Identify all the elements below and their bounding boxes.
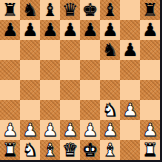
square-d2[interactable]: ♟ <box>60 120 80 140</box>
square-b1[interactable]: ♞ <box>20 140 40 160</box>
square-f6[interactable]: ♞ <box>100 40 120 60</box>
piece-white-rook[interactable]: ♜ <box>142 140 158 160</box>
square-d4[interactable] <box>60 80 80 100</box>
square-b3[interactable] <box>20 100 40 120</box>
square-d6[interactable] <box>60 40 80 60</box>
square-b8[interactable]: ♞ <box>20 0 40 20</box>
square-g1[interactable] <box>120 140 140 160</box>
piece-white-pawn[interactable]: ♟ <box>22 120 38 140</box>
piece-white-knight[interactable]: ♞ <box>22 140 38 160</box>
piece-white-pawn[interactable]: ♟ <box>2 120 18 140</box>
square-h8[interactable]: ♜ <box>140 0 160 20</box>
square-b4[interactable] <box>20 80 40 100</box>
piece-black-king[interactable]: ♚ <box>82 0 98 20</box>
square-c2[interactable]: ♟ <box>40 120 60 140</box>
square-a8[interactable]: ♜ <box>0 0 20 20</box>
square-b7[interactable]: ♟ <box>20 20 40 40</box>
piece-black-knight[interactable]: ♞ <box>22 0 38 20</box>
piece-black-pawn[interactable]: ♟ <box>142 20 158 40</box>
square-h2[interactable]: ♟ <box>140 120 160 140</box>
square-c1[interactable]: ♝ <box>40 140 60 160</box>
square-b2[interactable]: ♟ <box>20 120 40 140</box>
piece-black-knight[interactable]: ♞ <box>102 40 118 60</box>
piece-white-pawn[interactable]: ♟ <box>62 120 78 140</box>
square-c3[interactable] <box>40 100 60 120</box>
square-a7[interactable]: ♟ <box>0 20 20 40</box>
piece-white-pawn[interactable]: ♟ <box>122 100 138 120</box>
square-g8[interactable] <box>120 0 140 20</box>
square-h7[interactable]: ♟ <box>140 20 160 40</box>
square-g5[interactable] <box>120 60 140 80</box>
piece-black-pawn[interactable]: ♟ <box>62 20 78 40</box>
square-g4[interactable] <box>120 80 140 100</box>
square-e4[interactable] <box>80 80 100 100</box>
square-c4[interactable] <box>40 80 60 100</box>
square-e2[interactable]: ♟ <box>80 120 100 140</box>
square-f2[interactable]: ♟ <box>100 120 120 140</box>
square-b5[interactable] <box>20 60 40 80</box>
square-d7[interactable]: ♟ <box>60 20 80 40</box>
square-h3[interactable] <box>140 100 160 120</box>
square-e6[interactable] <box>80 40 100 60</box>
square-e1[interactable]: ♚ <box>80 140 100 160</box>
square-a4[interactable] <box>0 80 20 100</box>
square-a5[interactable] <box>0 60 20 80</box>
square-e8[interactable]: ♚ <box>80 0 100 20</box>
piece-black-pawn[interactable]: ♟ <box>42 20 58 40</box>
square-c8[interactable]: ♝ <box>40 0 60 20</box>
square-g2[interactable] <box>120 120 140 140</box>
piece-black-pawn[interactable]: ♟ <box>82 20 98 40</box>
piece-black-pawn[interactable]: ♟ <box>2 20 18 40</box>
square-e7[interactable]: ♟ <box>80 20 100 40</box>
square-h4[interactable] <box>140 80 160 100</box>
piece-white-pawn[interactable]: ♟ <box>142 120 158 140</box>
piece-black-bishop[interactable]: ♝ <box>42 0 58 20</box>
piece-white-bishop[interactable]: ♝ <box>102 140 118 160</box>
square-d5[interactable] <box>60 60 80 80</box>
piece-black-rook[interactable]: ♜ <box>142 0 158 20</box>
square-a6[interactable] <box>0 40 20 60</box>
chess-board-frame: ♜♞♝♛♚♝♜♟♟♟♟♟♟♟♞♟♞♟♟♟♟♟♟♟♟♜♞♝♛♚♝♜ <box>0 0 162 162</box>
square-g6[interactable]: ♟ <box>120 40 140 60</box>
piece-white-rook[interactable]: ♜ <box>2 140 18 160</box>
piece-white-queen[interactable]: ♛ <box>62 140 78 160</box>
square-d3[interactable] <box>60 100 80 120</box>
square-a2[interactable]: ♟ <box>0 120 20 140</box>
square-b6[interactable] <box>20 40 40 60</box>
square-f7[interactable]: ♟ <box>100 20 120 40</box>
square-c6[interactable] <box>40 40 60 60</box>
piece-black-pawn[interactable]: ♟ <box>102 20 118 40</box>
square-f3[interactable]: ♞ <box>100 100 120 120</box>
square-h6[interactable] <box>140 40 160 60</box>
square-e3[interactable] <box>80 100 100 120</box>
square-f4[interactable] <box>100 80 120 100</box>
piece-white-bishop[interactable]: ♝ <box>42 140 58 160</box>
square-g3[interactable]: ♟ <box>120 100 140 120</box>
square-f8[interactable]: ♝ <box>100 0 120 20</box>
piece-black-bishop[interactable]: ♝ <box>102 0 118 20</box>
square-c7[interactable]: ♟ <box>40 20 60 40</box>
square-f5[interactable] <box>100 60 120 80</box>
square-f1[interactable]: ♝ <box>100 140 120 160</box>
square-h1[interactable]: ♜ <box>140 140 160 160</box>
square-h5[interactable] <box>140 60 160 80</box>
square-g7[interactable] <box>120 20 140 40</box>
square-a1[interactable]: ♜ <box>0 140 20 160</box>
piece-white-knight[interactable]: ♞ <box>102 100 118 120</box>
square-c5[interactable] <box>40 60 60 80</box>
piece-white-pawn[interactable]: ♟ <box>82 120 98 140</box>
piece-white-pawn[interactable]: ♟ <box>102 120 118 140</box>
piece-black-rook[interactable]: ♜ <box>2 0 18 20</box>
chess-board: ♜♞♝♛♚♝♜♟♟♟♟♟♟♟♞♟♞♟♟♟♟♟♟♟♟♜♞♝♛♚♝♜ <box>0 0 160 160</box>
piece-white-pawn[interactable]: ♟ <box>42 120 58 140</box>
piece-black-pawn[interactable]: ♟ <box>122 40 138 60</box>
square-a3[interactable] <box>0 100 20 120</box>
square-d8[interactable]: ♛ <box>60 0 80 20</box>
piece-white-king[interactable]: ♚ <box>82 140 98 160</box>
piece-black-queen[interactable]: ♛ <box>62 0 78 20</box>
piece-black-pawn[interactable]: ♟ <box>22 20 38 40</box>
square-e5[interactable] <box>80 60 100 80</box>
square-d1[interactable]: ♛ <box>60 140 80 160</box>
